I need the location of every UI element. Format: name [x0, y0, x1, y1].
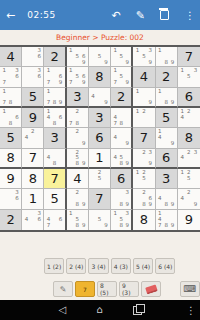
pencil-mark-9: 9 [80, 80, 86, 86]
pencil-mark-9: 9 [124, 141, 130, 147]
pencil-mark-9 [58, 121, 64, 127]
cell-r7c2[interactable]: 8 [22, 169, 44, 189]
cell-r2c4[interactable]: 15679 [67, 67, 89, 87]
digit-button-7[interactable]: 7 [75, 281, 95, 297]
pencil-marks: 125 [179, 170, 199, 187]
cell-r5c5[interactable]: 6 [89, 128, 111, 148]
cell-r1c5[interactable]: 59 [89, 47, 111, 67]
cell-r7c8[interactable]: 3 [156, 169, 178, 189]
cell-r1c9[interactable]: 7 [178, 47, 200, 67]
pencil-marks: 1468 [45, 109, 63, 126]
pencil-mark-9 [58, 161, 64, 167]
cell-r6c7[interactable]: 239 [133, 149, 155, 169]
top-bar: ← 02:55 ↶ ✎ ⋮ [0, 0, 200, 30]
pencil-marks: 489 [157, 190, 176, 207]
pencil-icon[interactable]: ✎ [136, 9, 145, 22]
cell-r5c4[interactable]: 29 [67, 128, 89, 148]
pencil-marks: 189 [157, 89, 176, 105]
digit-button-5[interactable]: 5 (4) [133, 258, 153, 274]
cell-r1c6[interactable]: 159 [111, 47, 133, 67]
pencil-marks: 2589 [68, 150, 87, 166]
cell-r8c1[interactable]: 36 [0, 189, 22, 209]
digit-button-1[interactable]: 1 (2) [44, 258, 64, 274]
pencil-mark-9 [103, 182, 109, 188]
pencil-mark-7 [179, 182, 186, 188]
cell-r9c4[interactable]: 1589 [67, 210, 89, 230]
cell-r4c6[interactable]: 478 [111, 108, 133, 128]
given-digit: 2 [117, 89, 125, 104]
cell-r5c1[interactable]: 5 [0, 128, 22, 148]
cell-r1c8[interactable]: 189 [156, 47, 178, 67]
pencil-marks: 12 [134, 109, 153, 126]
given-digit: 6 [185, 89, 193, 104]
cell-r6c1[interactable]: 8 [0, 149, 22, 169]
cell-r4c3[interactable]: 1468 [44, 108, 66, 128]
pencil-marks: 29 [68, 129, 87, 146]
pencil-mode-button[interactable]: ✎ [53, 281, 73, 297]
pencil-marks: 49 [90, 89, 109, 105]
pencil-mark-9 [36, 141, 42, 147]
cell-r6c8[interactable]: 6 [156, 149, 178, 169]
cell-r2c6[interactable]: 1579 [111, 67, 133, 87]
pencil-marks: 49 [112, 129, 130, 146]
pencil-marks: 25 [90, 170, 109, 187]
pencil-mark-9 [124, 121, 130, 127]
pencil-marks: 478 [112, 109, 130, 126]
cell-r7c9[interactable]: 125 [178, 169, 200, 189]
pencil-marks: 1359 [134, 48, 153, 65]
entered-digit: 1 [95, 150, 103, 165]
pencil-mark-9: 9 [169, 202, 175, 208]
pencil-marks: 59 [90, 211, 109, 229]
pencil-mark-9: 9 [147, 100, 153, 106]
pencil-mark-9: 9 [80, 60, 86, 66]
given-digit: 4 [6, 49, 14, 64]
pencil-marks: 178 [1, 89, 20, 105]
pencil-mark-9 [147, 121, 153, 127]
pencil-mark-9 [14, 80, 20, 86]
pencil-mark-9: 9 [58, 100, 64, 106]
cell-r4c1[interactable]: 168 [0, 108, 22, 128]
back-arrow-icon[interactable]: ← [6, 9, 15, 22]
keyboard-button[interactable]: ⌨ [180, 281, 200, 297]
pencil-mark-9: 9 [58, 80, 64, 86]
given-digit: 2 [162, 69, 170, 84]
cell-r3c7[interactable]: 19 [133, 88, 155, 108]
pencil-mark-9: 9 [80, 161, 86, 167]
nav-menu-icon[interactable]: ⋮ [186, 305, 196, 316]
cell-r9c6[interactable]: 13589 [111, 210, 133, 230]
cell-r9c2[interactable]: 346 [22, 210, 44, 230]
pencil-marks: 125 [134, 170, 153, 187]
pencil-mark-9: 9 [169, 100, 175, 106]
given-digit: 6 [117, 171, 125, 186]
cell-r5c9[interactable]: 8 [178, 128, 200, 148]
digit-button-8[interactable]: 8 (5) [97, 281, 117, 297]
pencil-marks: 249 [179, 190, 199, 207]
pencil-marks: 149 [157, 129, 176, 146]
cell-r3c9[interactable]: 6 [178, 88, 200, 108]
cell-r4c8[interactable]: 5 [156, 108, 178, 128]
cell-r2c9[interactable]: 135 [178, 67, 200, 87]
pencil-marks: 189 [157, 48, 176, 65]
pencil-mark-9: 9 [80, 202, 86, 208]
cell-r8c8[interactable]: 489 [156, 189, 178, 209]
pencil-mark-9 [192, 161, 199, 166]
cell-r3c3[interactable]: 1789 [44, 88, 66, 108]
cell-r3c1[interactable]: 178 [0, 88, 22, 108]
pencil-marks: 2689 [134, 190, 153, 207]
pencil-marks: 19 [134, 89, 153, 105]
pencil-mark-9 [36, 60, 42, 66]
cell-r3c8[interactable]: 189 [156, 88, 178, 108]
given-digit: 5 [162, 110, 170, 125]
overflow-menu-icon[interactable]: ⋮ [185, 10, 195, 21]
cell-r4c7[interactable]: 12 [133, 108, 155, 128]
given-digit: 6 [162, 150, 170, 165]
pencil-mark-8 [186, 202, 193, 208]
pencil-marks: 1789 [45, 89, 63, 105]
given-digit: 7 [95, 191, 103, 206]
entered-digit: 8 [140, 212, 148, 227]
pencil-marks: 48 [45, 150, 63, 166]
cell-r5c8[interactable]: 149 [156, 128, 178, 148]
cell-r2c2[interactable]: 36 [22, 67, 44, 87]
sudoku-board: 4362156959159135918971367361679156798157… [0, 45, 200, 232]
sudoku-app-screen: ← 02:55 ↶ ✎ ⋮ Beginner > Puzzle: 002 436… [0, 0, 200, 320]
given-digit: 5 [29, 89, 37, 104]
given-digit: 8 [185, 130, 193, 145]
cell-r7c5[interactable]: 25 [89, 169, 111, 189]
cell-r2c8[interactable]: 2 [156, 67, 178, 87]
pencil-mark-9: 9 [169, 223, 175, 229]
given-digit: 7 [185, 49, 193, 64]
pencil-mark-7 [179, 121, 186, 127]
pencil-mark-9: 9 [192, 202, 199, 208]
cell-r6c6[interactable]: 4589 [111, 149, 133, 169]
pencil-mark-9: 9 [169, 60, 175, 66]
cell-r2c7[interactable]: 4 [133, 67, 155, 87]
pencil-marks: 36 [23, 68, 42, 85]
cell-r1c1[interactable]: 4 [0, 47, 22, 67]
given-digit: 8 [95, 69, 103, 84]
nav-back-icon[interactable]: ◁ [58, 305, 66, 315]
nav-recents-icon[interactable] [133, 306, 142, 315]
pencil-mark-8 [186, 80, 193, 86]
cell-r9c5[interactable]: 59 [89, 210, 111, 230]
cell-r8c4[interactable]: 289 [67, 189, 89, 209]
entered-digit: 9 [6, 171, 14, 186]
pencil-marks: 289 [68, 190, 87, 207]
cell-r9c3[interactable]: 467 [44, 210, 66, 230]
pencil-mark-9 [192, 182, 199, 188]
entered-digit: 8 [6, 150, 14, 165]
pencil-marks: 389 [112, 190, 130, 207]
cell-r6c9[interactable]: 234 [178, 149, 200, 169]
cell-r8c7[interactable]: 2689 [133, 189, 155, 209]
pencil-mark-9 [192, 80, 199, 86]
cell-r8c5[interactable]: 7 [89, 189, 111, 209]
pencil-mark-9: 9 [103, 60, 109, 66]
entered-digit: 8 [29, 171, 37, 186]
entered-digit: 5 [50, 191, 58, 206]
cell-r3c2[interactable]: 5 [22, 88, 44, 108]
cell-r5c2[interactable]: 24 [22, 128, 44, 148]
cell-r5c6[interactable]: 49 [111, 128, 133, 148]
pencil-mark-9: 9 [80, 223, 86, 229]
digit-button-3[interactable]: 3 (4) [88, 258, 108, 274]
pencil-mark-7 [179, 202, 186, 208]
digit-button-9[interactable]: 9 (3) [119, 281, 139, 297]
pencil-mark-9: 9 [124, 161, 130, 167]
cell-r9c9[interactable]: 9 [178, 210, 200, 230]
pencil-mark-9: 9 [124, 60, 130, 66]
cell-r2c1[interactable]: 1367 [0, 67, 22, 87]
cell-r5c3[interactable]: 3 [44, 128, 66, 148]
pencil-marks: 234 [179, 150, 199, 166]
pencil-mark-8 [186, 121, 193, 127]
pencil-mark-9: 9 [124, 202, 130, 208]
pencil-mark-9: 9 [103, 100, 109, 106]
given-digit: 5 [6, 130, 14, 145]
given-digit: 4 [140, 69, 148, 84]
pencil-mark-8 [186, 161, 193, 166]
cell-r2c5[interactable]: 8 [89, 67, 111, 87]
pencil-marks: 14789 [157, 211, 176, 229]
cell-r1c4[interactable]: 1569 [67, 47, 89, 67]
pencil-mark-9 [58, 223, 64, 229]
cell-r8c3[interactable]: 5 [44, 189, 66, 209]
entered-digit: 7 [29, 150, 37, 165]
given-digit: 7 [140, 130, 148, 145]
entered-digit: 1 [29, 191, 37, 206]
pencil-marks: 168 [1, 109, 20, 126]
pencil-marks: 59 [90, 48, 109, 65]
given-digit: 2 [6, 212, 14, 227]
cell-r3c5[interactable]: 49 [89, 88, 111, 108]
pencil-mark-9: 9 [147, 161, 153, 167]
pencil-marks: 1589 [68, 211, 87, 229]
pencil-marks: 346 [23, 211, 42, 229]
digit-buttons-row-1: 1 (2)2 (4)3 (4)4 (3)5 (4)6 (4) [44, 258, 175, 274]
trash-icon[interactable] [160, 10, 169, 20]
given-digit: 3 [162, 171, 170, 186]
cell-r9c7[interactable]: 8 [133, 210, 155, 230]
cell-r8c2[interactable]: 1 [22, 189, 44, 209]
given-digit: 2 [50, 49, 58, 64]
given-digit: 3 [73, 89, 81, 104]
cell-r3c6[interactable]: 2 [111, 88, 133, 108]
pencil-mark-9: 9 [103, 223, 109, 229]
android-nav-bar: ◁ ⌂ ⋮ [0, 300, 200, 320]
eraser-icon [145, 284, 158, 294]
undo-icon[interactable]: ↶ [112, 9, 121, 22]
cell-r2c3[interactable]: 1679 [44, 67, 66, 87]
cell-r1c2[interactable]: 36 [22, 47, 44, 67]
cell-r4c2[interactable]: 9 [22, 108, 44, 128]
pencil-mark-9 [80, 121, 86, 127]
given-digit: 6 [95, 130, 103, 145]
pencil-marks: 135 [179, 68, 199, 85]
entered-digit: 9 [185, 212, 193, 227]
pencil-marks: 1569 [68, 48, 87, 65]
cell-r9c1[interactable]: 2 [0, 210, 22, 230]
cell-r3c4[interactable]: 3 [67, 88, 89, 108]
cell-r1c7[interactable]: 1359 [133, 47, 155, 67]
pencil-marks: 4589 [112, 150, 130, 166]
cell-r7c6[interactable]: 6 [111, 169, 133, 189]
cell-r9c8[interactable]: 14789 [156, 210, 178, 230]
cell-r7c3[interactable]: 7 [44, 169, 66, 189]
pencil-mark-9 [192, 121, 199, 127]
nav-home-icon[interactable]: ⌂ [96, 305, 102, 315]
pencil-mark-9 [14, 100, 20, 106]
digit-buttons-row-2: ✎ 7 8 (5) 9 (3) ⌨ [53, 281, 200, 297]
pencil-marks: 15679 [68, 68, 87, 85]
cell-r5c7[interactable]: 7 [133, 128, 155, 148]
digit-button-4[interactable]: 4 (3) [111, 258, 131, 274]
cell-r4c4[interactable]: 278 [67, 108, 89, 128]
pencil-marks: 239 [134, 150, 153, 166]
puzzle-title: Beginner > Puzzle: 002 [0, 30, 200, 45]
cell-r7c4[interactable]: 4 [67, 169, 89, 189]
pencil-mark-9 [14, 121, 20, 127]
pencil-marks: 13589 [112, 211, 130, 229]
cell-r6c3[interactable]: 48 [44, 149, 66, 169]
pencil-mark-9 [14, 202, 20, 208]
entered-digit: 4 [73, 171, 81, 186]
cell-r8c9[interactable]: 249 [178, 189, 200, 209]
pencil-mark-9: 9 [124, 80, 130, 86]
entered-digit: 7 [50, 171, 58, 186]
pencil-marks: 24 [23, 129, 42, 146]
pencil-marks: 1679 [45, 68, 63, 85]
pencil-mark-9: 9 [124, 223, 130, 229]
pencil-mark-9: 9 [169, 141, 175, 147]
pencil-marks: 36 [1, 190, 20, 207]
given-digit: 9 [29, 110, 37, 125]
pencil-mark-9: 9 [147, 202, 153, 208]
pencil-marks: 1579 [112, 68, 130, 85]
cell-r6c2[interactable]: 7 [22, 149, 44, 169]
cell-r8c6[interactable]: 389 [111, 189, 133, 209]
pencil-marks: 36 [23, 48, 42, 65]
pencil-mark-7 [179, 161, 186, 166]
game-timer: 02:55 [27, 10, 55, 20]
pencil-mark-8 [186, 182, 193, 188]
pencil-mark-9 [36, 80, 42, 86]
eraser-button[interactable] [141, 281, 161, 297]
cell-r7c7[interactable]: 125 [133, 169, 155, 189]
cell-r7c1[interactable]: 9 [0, 169, 22, 189]
pencil-mark-9: 9 [147, 60, 153, 66]
pencil-mark-9 [36, 223, 42, 229]
cell-r1c3[interactable]: 2 [44, 47, 66, 67]
pencil-marks: 467 [45, 211, 63, 229]
given-digit: 3 [95, 110, 103, 125]
pencil-mark-9: 9 [80, 141, 86, 147]
pencil-mark-7 [179, 80, 186, 86]
pencil-marks: 1367 [1, 68, 20, 85]
pencil-marks: 124 [179, 109, 199, 126]
cell-r4c5[interactable]: 3 [89, 108, 111, 128]
cell-r4c9[interactable]: 124 [178, 108, 200, 128]
cell-r6c4[interactable]: 2589 [67, 149, 89, 169]
digit-button-2[interactable]: 2 (4) [66, 258, 86, 274]
pencil-mark-9 [147, 182, 153, 188]
pencil-marks: 159 [112, 48, 130, 65]
pencil-marks: 278 [68, 109, 87, 126]
given-digit: 3 [50, 130, 58, 145]
digit-button-6[interactable]: 6 (4) [155, 258, 175, 274]
cell-r6c5[interactable]: 1 [89, 149, 111, 169]
